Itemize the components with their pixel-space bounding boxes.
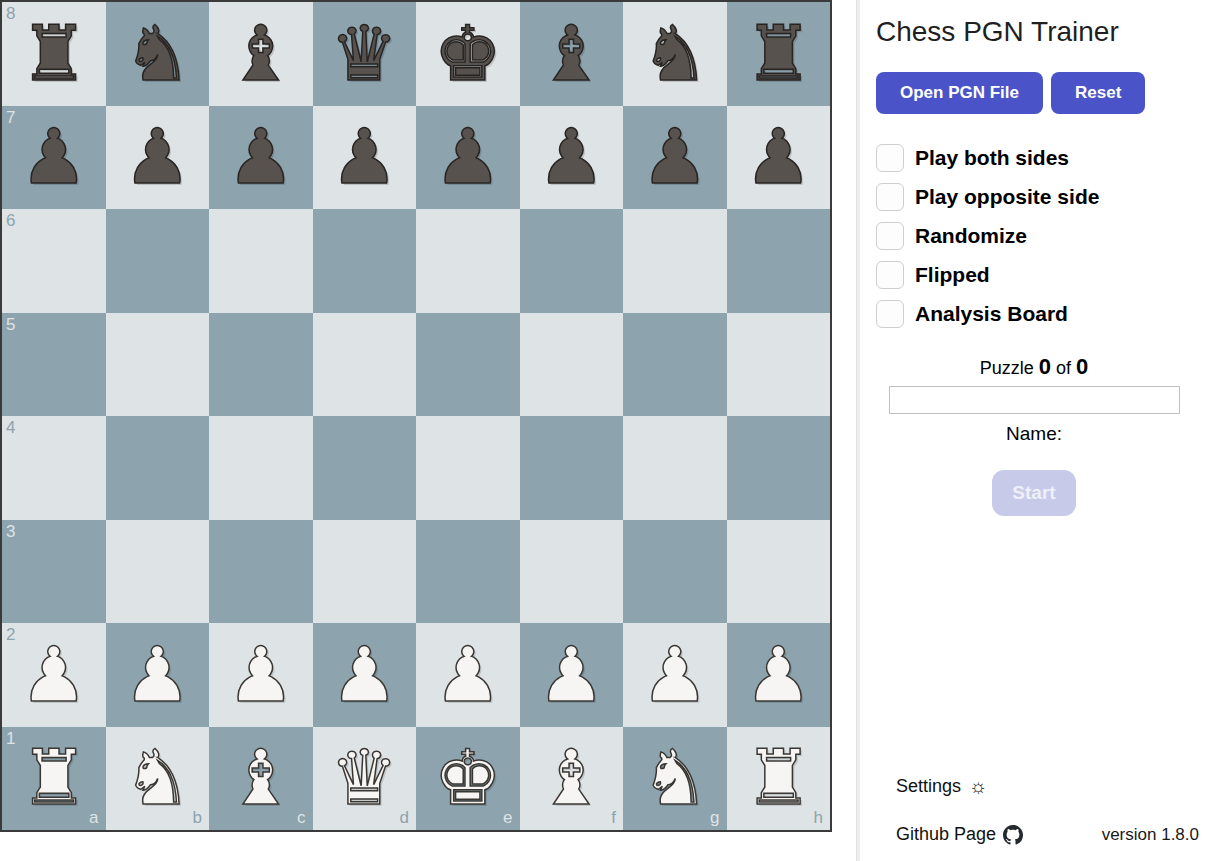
analysis-board-checkbox[interactable] <box>876 300 904 328</box>
black-bishop-c8[interactable]: ♝ <box>209 2 313 106</box>
white-pawn-b2[interactable]: ♟ <box>106 623 210 727</box>
square-h5[interactable] <box>727 313 831 417</box>
github-icon[interactable] <box>1003 825 1023 845</box>
square-e6[interactable] <box>416 209 520 313</box>
white-rook-a1[interactable]: ♜ <box>2 727 106 831</box>
name-label: Name: <box>861 423 1207 445</box>
black-rook-a8[interactable]: ♜ <box>2 2 106 106</box>
square-b2[interactable]: ♟ <box>106 623 210 727</box>
white-bishop-c1[interactable]: ♝ <box>209 727 313 831</box>
square-b1[interactable]: b♞ <box>106 727 210 831</box>
black-king-e8[interactable]: ♚ <box>416 2 520 106</box>
square-e2[interactable]: ♟ <box>416 623 520 727</box>
play-both-sides-checkbox[interactable] <box>876 144 904 172</box>
square-h1[interactable]: h♜ <box>727 727 831 831</box>
square-f7[interactable]: ♟ <box>520 106 624 210</box>
sidebar: Chess PGN Trainer Open PGN File Reset Pl… <box>861 0 1207 861</box>
square-d5[interactable] <box>313 313 417 417</box>
white-pawn-g2[interactable]: ♟ <box>623 623 727 727</box>
square-g6[interactable] <box>623 209 727 313</box>
square-a7[interactable]: 7♟ <box>2 106 106 210</box>
play-opposite-side-checkbox[interactable] <box>876 183 904 211</box>
square-b7[interactable]: ♟ <box>106 106 210 210</box>
square-b5[interactable] <box>106 313 210 417</box>
square-c3[interactable] <box>209 520 313 624</box>
square-a4[interactable]: 4 <box>2 416 106 520</box>
black-knight-g8[interactable]: ♞ <box>623 2 727 106</box>
reset-button[interactable]: Reset <box>1051 72 1145 114</box>
github-row: Github Page version 1.8.0 <box>896 824 1199 845</box>
square-b3[interactable] <box>106 520 210 624</box>
square-f5[interactable] <box>520 313 624 417</box>
puzzle-counter: Puzzle 0 of 0 <box>861 354 1207 380</box>
black-pawn-b7[interactable]: ♟ <box>106 106 210 210</box>
checkbox-row-analysis-board[interactable]: Analysis Board <box>876 300 1207 328</box>
square-d4[interactable] <box>313 416 417 520</box>
white-pawn-f2[interactable]: ♟ <box>520 623 624 727</box>
square-e4[interactable] <box>416 416 520 520</box>
square-g1[interactable]: g♞ <box>623 727 727 831</box>
checkbox-row-randomize[interactable]: Randomize <box>876 222 1207 250</box>
square-e1[interactable]: e♚ <box>416 727 520 831</box>
square-c6[interactable] <box>209 209 313 313</box>
white-pawn-d2[interactable]: ♟ <box>313 623 417 727</box>
white-rook-h1[interactable]: ♜ <box>727 727 831 831</box>
square-a2[interactable]: 2♟ <box>2 623 106 727</box>
page-title: Chess PGN Trainer <box>876 16 1207 48</box>
square-g4[interactable] <box>623 416 727 520</box>
black-pawn-a7[interactable]: ♟ <box>2 106 106 210</box>
start-button[interactable]: Start <box>992 470 1076 516</box>
square-c7[interactable]: ♟ <box>209 106 313 210</box>
chess-board[interactable]: 8♜♞♝♛♚♝♞♜7♟♟♟♟♟♟♟♟65432♟♟♟♟♟♟♟♟1a♜b♞c♝d♛… <box>2 2 830 830</box>
black-pawn-f7[interactable]: ♟ <box>520 106 624 210</box>
settings-link[interactable]: Settings ☼ <box>896 775 987 798</box>
github-page-link[interactable]: Github Page <box>896 824 1023 845</box>
square-h2[interactable]: ♟ <box>727 623 831 727</box>
square-d2[interactable]: ♟ <box>313 623 417 727</box>
checkbox-row-play-opposite-side[interactable]: Play opposite side <box>876 183 1207 211</box>
square-g8[interactable]: ♞ <box>623 2 727 106</box>
square-f4[interactable] <box>520 416 624 520</box>
square-f3[interactable] <box>520 520 624 624</box>
square-d8[interactable]: ♛ <box>313 2 417 106</box>
square-e3[interactable] <box>416 520 520 624</box>
square-f6[interactable] <box>520 209 624 313</box>
square-d3[interactable] <box>313 520 417 624</box>
puzzle-total: 0 <box>1076 354 1088 379</box>
square-e8[interactable]: ♚ <box>416 2 520 106</box>
white-pawn-e2[interactable]: ♟ <box>416 623 520 727</box>
square-b6[interactable] <box>106 209 210 313</box>
white-pawn-c2[interactable]: ♟ <box>209 623 313 727</box>
square-h3[interactable] <box>727 520 831 624</box>
square-a6[interactable]: 6 <box>2 209 106 313</box>
name-input[interactable] <box>889 386 1180 414</box>
square-h8[interactable]: ♜ <box>727 2 831 106</box>
rank-label-4: 4 <box>6 418 15 438</box>
white-pawn-h2[interactable]: ♟ <box>727 623 831 727</box>
white-knight-b1[interactable]: ♞ <box>106 727 210 831</box>
play-opposite-side-label: Play opposite side <box>915 185 1099 209</box>
square-c1[interactable]: c♝ <box>209 727 313 831</box>
randomize-checkbox[interactable] <box>876 222 904 250</box>
square-e5[interactable] <box>416 313 520 417</box>
square-c4[interactable] <box>209 416 313 520</box>
puzzle-current: 0 <box>1039 354 1051 379</box>
checkbox-row-play-both-sides[interactable]: Play both sides <box>876 144 1207 172</box>
panel-divider <box>856 0 860 861</box>
square-a5[interactable]: 5 <box>2 313 106 417</box>
black-pawn-g7[interactable]: ♟ <box>623 106 727 210</box>
chess-board-frame: 8♜♞♝♛♚♝♞♜7♟♟♟♟♟♟♟♟65432♟♟♟♟♟♟♟♟1a♜b♞c♝d♛… <box>0 0 832 832</box>
black-pawn-e7[interactable]: ♟ <box>416 106 520 210</box>
white-knight-g1[interactable]: ♞ <box>623 727 727 831</box>
flipped-label: Flipped <box>915 263 990 287</box>
black-pawn-h7[interactable]: ♟ <box>727 106 831 210</box>
open-pgn-file-button[interactable]: Open PGN File <box>876 72 1043 114</box>
black-knight-b8[interactable]: ♞ <box>106 2 210 106</box>
black-pawn-d7[interactable]: ♟ <box>313 106 417 210</box>
square-b8[interactable]: ♞ <box>106 2 210 106</box>
square-a1[interactable]: 1a♜ <box>2 727 106 831</box>
square-e7[interactable]: ♟ <box>416 106 520 210</box>
square-c8[interactable]: ♝ <box>209 2 313 106</box>
checkbox-row-flipped[interactable]: Flipped <box>876 261 1207 289</box>
play-both-sides-label: Play both sides <box>915 146 1069 170</box>
black-bishop-f8[interactable]: ♝ <box>520 2 624 106</box>
square-a8[interactable]: 8♜ <box>2 2 106 106</box>
square-h7[interactable]: ♟ <box>727 106 831 210</box>
github-page-label: Github Page <box>896 824 996 845</box>
square-f2[interactable]: ♟ <box>520 623 624 727</box>
black-queen-d8[interactable]: ♛ <box>313 2 417 106</box>
square-g3[interactable] <box>623 520 727 624</box>
square-c2[interactable]: ♟ <box>209 623 313 727</box>
square-g7[interactable]: ♟ <box>623 106 727 210</box>
square-d1[interactable]: d♛ <box>313 727 417 831</box>
square-h6[interactable] <box>727 209 831 313</box>
rank-label-3: 3 <box>6 522 15 542</box>
rank-label-5: 5 <box>6 315 15 335</box>
randomize-label: Randomize <box>915 224 1027 248</box>
square-d7[interactable]: ♟ <box>313 106 417 210</box>
square-b4[interactable] <box>106 416 210 520</box>
square-f8[interactable]: ♝ <box>520 2 624 106</box>
square-d6[interactable] <box>313 209 417 313</box>
square-c5[interactable] <box>209 313 313 417</box>
settings-gear-icon[interactable]: ☼ <box>969 775 987 798</box>
version-text: version 1.8.0 <box>1102 825 1199 845</box>
white-queen-d1[interactable]: ♛ <box>313 727 417 831</box>
white-bishop-f1[interactable]: ♝ <box>520 727 624 831</box>
settings-label: Settings <box>896 776 961 797</box>
puzzle-of: of <box>1056 358 1071 378</box>
white-king-e1[interactable]: ♚ <box>416 727 520 831</box>
toolbar: Open PGN File Reset <box>876 72 1207 114</box>
square-g5[interactable] <box>623 313 727 417</box>
analysis-board-label: Analysis Board <box>915 302 1068 326</box>
square-a3[interactable]: 3 <box>2 520 106 624</box>
sidebar-footer: Settings ☼ Github Page version 1.8.0 <box>861 775 1207 861</box>
black-rook-h8[interactable]: ♜ <box>727 2 831 106</box>
square-f1[interactable]: f♝ <box>520 727 624 831</box>
flipped-checkbox[interactable] <box>876 261 904 289</box>
rank-label-6: 6 <box>6 211 15 231</box>
puzzle-section: Puzzle 0 of 0 Name: Start <box>861 354 1207 516</box>
chess-pgn-trainer-app: 8♜♞♝♛♚♝♞♜7♟♟♟♟♟♟♟♟65432♟♟♟♟♟♟♟♟1a♜b♞c♝d♛… <box>0 0 1207 861</box>
white-pawn-a2[interactable]: ♟ <box>2 623 106 727</box>
black-pawn-c7[interactable]: ♟ <box>209 106 313 210</box>
square-g2[interactable]: ♟ <box>623 623 727 727</box>
square-h4[interactable] <box>727 416 831 520</box>
puzzle-prefix: Puzzle <box>980 358 1034 378</box>
options-list: Play both sides Play opposite side Rando… <box>876 144 1207 328</box>
